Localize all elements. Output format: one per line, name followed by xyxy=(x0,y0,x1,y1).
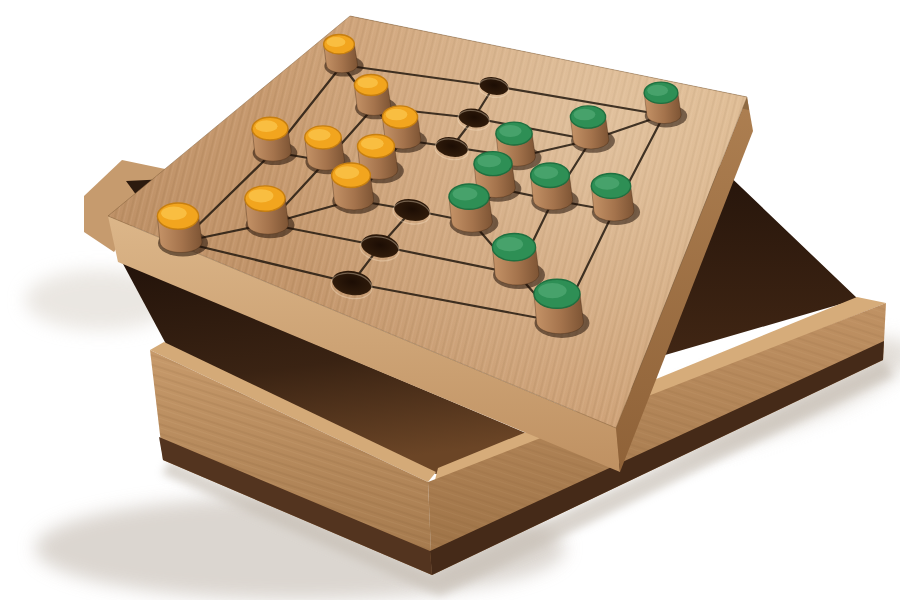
peg-top-highlight xyxy=(249,189,274,202)
mill-game-scene xyxy=(0,0,900,600)
peg-top-highlight xyxy=(534,166,558,179)
peg-top-highlight xyxy=(647,85,668,96)
product-photo xyxy=(0,0,900,600)
peg-top-highlight xyxy=(574,109,596,121)
peg-top-highlight xyxy=(308,129,331,141)
peg-top-highlight xyxy=(335,166,359,179)
peg-top-highlight xyxy=(477,155,501,168)
peg-top-highlight xyxy=(386,109,408,121)
peg-top-highlight xyxy=(255,120,277,132)
peg-top-highlight xyxy=(361,137,384,149)
peg-top-highlight xyxy=(357,77,378,88)
peg-top-highlight xyxy=(453,187,478,200)
peg-top-highlight xyxy=(496,237,523,251)
peg-top-highlight xyxy=(538,283,567,298)
peg-top-highlight xyxy=(499,125,521,137)
peg-top-highlight xyxy=(326,37,345,47)
peg-top-highlight xyxy=(595,177,619,190)
peg-top-highlight xyxy=(161,206,187,220)
